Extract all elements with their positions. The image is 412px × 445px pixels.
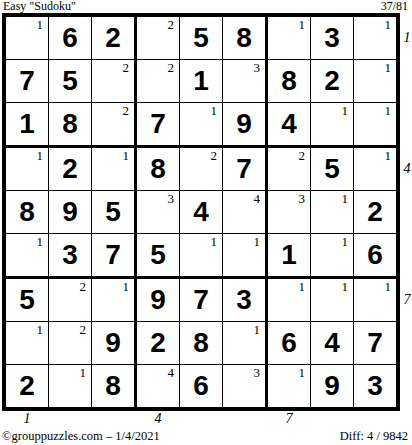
cell-r1c4[interactable]: 2 [137, 17, 180, 60]
cell-r5c5[interactable]: 4 [180, 191, 223, 234]
given-digit: 7 [92, 234, 134, 276]
given-digit: 5 [49, 60, 91, 102]
grid-row-8: 129281647 [6, 322, 396, 365]
cell-r6c8[interactable]: 1 [311, 234, 354, 279]
given-digit: 7 [180, 279, 222, 321]
grid-row-6: 137511116 [6, 234, 396, 279]
header: Easy "Sudoku" 37/81 [3, 0, 408, 13]
cell-r8c3[interactable]: 9 [92, 322, 137, 365]
pencil-mark: 1 [385, 149, 392, 163]
grid-row-2: 752213821 [6, 60, 396, 103]
cell-r7c2[interactable]: 2 [49, 279, 92, 322]
given-digit: 7 [137, 103, 179, 145]
pencil-mark: 1 [385, 61, 392, 75]
pencil-mark: 1 [342, 235, 349, 249]
given-digit: 8 [180, 322, 222, 364]
cell-r1c1[interactable]: 1 [6, 17, 49, 60]
cell-r4c6[interactable]: 7 [223, 148, 268, 191]
cell-r2c6[interactable]: 3 [223, 60, 268, 103]
col-label-4: 4 [153, 412, 163, 426]
pencil-mark: 2 [299, 149, 306, 163]
given-digit: 2 [354, 191, 396, 233]
given-digit: 3 [311, 17, 353, 59]
cell-r8c9[interactable]: 7 [354, 322, 396, 365]
given-digit: 7 [6, 60, 48, 102]
pencil-mark: 1 [254, 235, 261, 249]
cell-r5c4[interactable]: 3 [137, 191, 180, 234]
cell-r8c2[interactable]: 2 [49, 322, 92, 365]
cell-r6c7[interactable]: 1 [268, 234, 311, 279]
cell-r9c6[interactable]: 3 [223, 365, 268, 407]
given-digit: 4 [311, 322, 353, 364]
cell-r5c7[interactable]: 3 [268, 191, 311, 234]
cell-r1c2[interactable]: 6 [49, 17, 92, 60]
given-digit: 2 [137, 322, 179, 364]
cell-r4c3[interactable]: 1 [92, 148, 137, 191]
cell-r8c1[interactable]: 1 [6, 322, 49, 365]
cell-r8c7[interactable]: 6 [268, 322, 311, 365]
cell-r3c1[interactable]: 1 [6, 103, 49, 148]
cell-r9c5[interactable]: 6 [180, 365, 223, 407]
grid-row-4: 121827251 [6, 148, 396, 191]
given-digit: 2 [49, 148, 91, 190]
row-label-1: 1 [402, 31, 412, 45]
cell-r3c5[interactable]: 1 [180, 103, 223, 148]
given-digit: 1 [6, 103, 48, 145]
cell-r4c1[interactable]: 1 [6, 148, 49, 191]
given-digit: 2 [311, 60, 353, 102]
given-digit: 5 [92, 191, 134, 233]
cell-r4c7[interactable]: 2 [268, 148, 311, 191]
pencil-mark: 1 [342, 192, 349, 206]
given-digit: 4 [268, 103, 310, 145]
cell-r4c4[interactable]: 8 [137, 148, 180, 191]
cell-r5c8[interactable]: 1 [311, 191, 354, 234]
cell-r2c5[interactable]: 1 [180, 60, 223, 103]
pencil-mark: 3 [254, 61, 261, 75]
cell-r4c8[interactable]: 5 [311, 148, 354, 191]
cell-r9c3[interactable]: 8 [92, 365, 137, 407]
pencil-mark: 1 [385, 104, 392, 118]
footer: ©grouppuzzles.com – 1/4/2021 Diff: 4 / 9… [2, 429, 408, 444]
cell-r5c2[interactable]: 9 [49, 191, 92, 234]
pencil-mark: 1 [299, 366, 306, 380]
given-digit: 3 [49, 234, 91, 276]
cell-r8c5[interactable]: 8 [180, 322, 223, 365]
given-digit: 2 [6, 365, 48, 407]
given-digit: 3 [223, 279, 265, 321]
given-digit: 9 [137, 279, 179, 321]
pencil-mark: 1 [37, 323, 44, 337]
pencil-mark: 1 [211, 104, 218, 118]
given-digit: 8 [268, 60, 310, 102]
pencil-mark: 1 [299, 18, 306, 32]
cell-r8c6[interactable]: 1 [223, 322, 268, 365]
pencil-mark: 2 [211, 149, 218, 163]
cell-r5c3[interactable]: 5 [92, 191, 137, 234]
given-digit: 9 [223, 103, 265, 145]
given-digit: 6 [268, 322, 310, 364]
given-digit: 7 [354, 322, 396, 364]
cell-r2c4[interactable]: 2 [137, 60, 180, 103]
pencil-mark: 3 [168, 192, 175, 206]
cell-r2c2[interactable]: 5 [49, 60, 92, 103]
col-label-1: 1 [22, 412, 32, 426]
cell-r1c8[interactable]: 3 [311, 17, 354, 60]
grid-row-7: 521973111 [6, 279, 396, 322]
cell-r4c9[interactable]: 1 [354, 148, 396, 191]
pencil-mark: 3 [299, 192, 306, 206]
pencil-mark: 1 [211, 235, 218, 249]
cell-r1c7[interactable]: 1 [268, 17, 311, 60]
cell-r6c4[interactable]: 5 [137, 234, 180, 279]
cell-r9c1[interactable]: 2 [6, 365, 49, 407]
pencil-mark: 1 [123, 280, 130, 294]
cell-r6c3[interactable]: 7 [92, 234, 137, 279]
cell-r6c1[interactable]: 1 [6, 234, 49, 279]
cell-r8c4[interactable]: 2 [137, 322, 180, 365]
cell-r7c9[interactable]: 1 [354, 279, 396, 322]
cell-r2c8[interactable]: 2 [311, 60, 354, 103]
given-digit: 2 [92, 17, 134, 59]
cell-r1c5[interactable]: 5 [180, 17, 223, 60]
pencil-mark: 2 [80, 323, 87, 337]
grid-row-1: 162258131 [6, 17, 396, 60]
cell-r4c2[interactable]: 2 [49, 148, 92, 191]
row-label-7: 7 [402, 293, 412, 307]
pencil-mark: 2 [168, 61, 175, 75]
pencil-mark: 2 [80, 280, 87, 294]
pencil-mark: 2 [123, 61, 130, 75]
pencil-mark: 1 [37, 18, 44, 32]
pencil-mark: 2 [168, 18, 175, 32]
pencil-mark: 3 [254, 366, 261, 380]
pencil-mark: 1 [37, 235, 44, 249]
given-digit: 5 [6, 279, 48, 321]
given-digit: 6 [354, 234, 396, 276]
cell-r1c6[interactable]: 8 [223, 17, 268, 60]
cell-r2c7[interactable]: 8 [268, 60, 311, 103]
cell-r3c4[interactable]: 7 [137, 103, 180, 148]
pencil-mark: 4 [168, 366, 175, 380]
given-digit: 9 [49, 191, 91, 233]
given-digit: 8 [92, 365, 134, 407]
progress-counter: 37/81 [381, 0, 408, 13]
given-digit: 8 [137, 148, 179, 190]
cell-r5c6[interactable]: 4 [223, 191, 268, 234]
given-digit: 3 [354, 365, 396, 407]
cell-r7c1[interactable]: 5 [6, 279, 49, 322]
cell-r1c3[interactable]: 2 [92, 17, 137, 60]
cell-r9c2[interactable]: 1 [49, 365, 92, 407]
pencil-mark: 1 [254, 323, 261, 337]
cell-r3c7[interactable]: 4 [268, 103, 311, 148]
pencil-mark: 1 [123, 149, 130, 163]
cell-r6c9[interactable]: 6 [354, 234, 396, 279]
given-digit: 8 [223, 17, 265, 59]
given-digit: 1 [180, 60, 222, 102]
given-digit: 5 [137, 234, 179, 276]
cell-r5c9[interactable]: 2 [354, 191, 396, 234]
cell-r3c9[interactable]: 1 [354, 103, 396, 148]
pencil-mark: 1 [385, 280, 392, 294]
copyright-text: ©grouppuzzles.com – 1/4/2021 [2, 429, 160, 444]
cell-r9c9[interactable]: 3 [354, 365, 396, 407]
cell-r6c5[interactable]: 1 [180, 234, 223, 279]
cell-r4c5[interactable]: 2 [180, 148, 223, 191]
cell-r3c2[interactable]: 8 [49, 103, 92, 148]
pencil-mark: 1 [80, 366, 87, 380]
cell-r2c3[interactable]: 2 [92, 60, 137, 103]
cell-r6c6[interactable]: 1 [223, 234, 268, 279]
cell-r6c2[interactable]: 3 [49, 234, 92, 279]
cell-r7c5[interactable]: 7 [180, 279, 223, 322]
col-label-7: 7 [284, 412, 294, 426]
given-digit: 6 [180, 365, 222, 407]
cell-r9c8[interactable]: 9 [311, 365, 354, 407]
cell-r7c3[interactable]: 1 [92, 279, 137, 322]
cell-r7c7[interactable]: 1 [268, 279, 311, 322]
cell-r7c4[interactable]: 9 [137, 279, 180, 322]
given-digit: 8 [6, 191, 48, 233]
cell-r2c9[interactable]: 1 [354, 60, 396, 103]
cell-r9c7[interactable]: 1 [268, 365, 311, 407]
cell-r8c8[interactable]: 4 [311, 322, 354, 365]
cell-r3c6[interactable]: 9 [223, 103, 268, 148]
given-digit: 9 [311, 365, 353, 407]
pencil-mark: 1 [342, 104, 349, 118]
grid-row-3: 182719411 [6, 103, 396, 148]
cell-r3c3[interactable]: 2 [92, 103, 137, 148]
cell-r2c1[interactable]: 7 [6, 60, 49, 103]
cell-r9c4[interactable]: 4 [137, 365, 180, 407]
given-digit: 7 [223, 148, 265, 190]
given-digit: 8 [49, 103, 91, 145]
cell-r7c8[interactable]: 1 [311, 279, 354, 322]
cell-r1c9[interactable]: 1 [354, 17, 396, 60]
given-digit: 5 [311, 148, 353, 190]
pencil-mark: 4 [254, 192, 261, 206]
grid-row-9: 218463193 [6, 365, 396, 407]
pencil-mark: 1 [37, 149, 44, 163]
puzzle-title: Easy "Sudoku" [3, 0, 76, 13]
given-digit: 5 [180, 17, 222, 59]
given-digit: 6 [49, 17, 91, 59]
pencil-mark: 1 [385, 18, 392, 32]
cell-r7c6[interactable]: 3 [223, 279, 268, 322]
row-label-4: 4 [402, 162, 412, 176]
given-digit: 1 [268, 234, 310, 276]
cell-r3c8[interactable]: 1 [311, 103, 354, 148]
difficulty-text: Diff: 4 / 9842 [340, 429, 408, 444]
grid-row-5: 895344312 [6, 191, 396, 234]
given-digit: 4 [180, 191, 222, 233]
cell-r5c1[interactable]: 8 [6, 191, 49, 234]
given-digit: 9 [92, 322, 134, 364]
pencil-mark: 1 [299, 280, 306, 294]
pencil-mark: 1 [342, 280, 349, 294]
pencil-mark: 2 [123, 104, 130, 118]
sudoku-grid: 1622581317522138211827194111218272518953… [2, 13, 400, 411]
